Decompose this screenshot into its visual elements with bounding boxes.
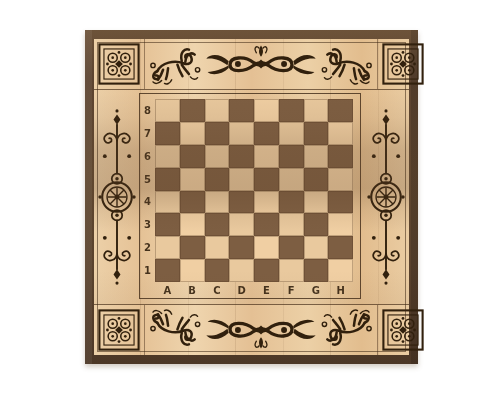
file-label-b: B [180, 282, 205, 298]
infinity-scroll-top-icon [205, 42, 317, 86]
square-g6 [304, 145, 329, 168]
square-d7 [229, 122, 254, 145]
square-h8 [328, 99, 353, 122]
square-h6 [328, 145, 353, 168]
file-label-h: H [328, 282, 353, 298]
square-a3 [155, 213, 180, 236]
square-c3 [205, 213, 230, 236]
square-a7 [155, 122, 180, 145]
corner-rosette-bottom-left-icon [94, 305, 144, 355]
square-c6 [205, 145, 230, 168]
square-b3 [180, 213, 205, 236]
file-label-f: F [279, 282, 304, 298]
top-ornament-band [94, 39, 409, 90]
square-d3 [229, 213, 254, 236]
rank-label-1: 1 [140, 259, 155, 282]
file-label-c: C [205, 282, 230, 298]
square-f5 [279, 168, 304, 191]
square-a4 [155, 191, 180, 214]
corner-rosette-top-left-icon [94, 39, 144, 89]
rank-label-5: 5 [140, 168, 155, 191]
product-photo-background: 87654321ABCDEFGH [0, 0, 500, 400]
file-label-e: E [254, 282, 279, 298]
square-b7 [180, 122, 205, 145]
square-e4 [254, 191, 279, 214]
square-g1 [304, 259, 329, 282]
board-middle: 87654321ABCDEFGH [94, 90, 409, 304]
square-d4 [229, 191, 254, 214]
square-f3 [279, 213, 304, 236]
square-e2 [254, 236, 279, 259]
square-b2 [180, 236, 205, 259]
dragon-top-right-icon [317, 41, 375, 87]
square-d1 [229, 259, 254, 282]
corner-rosette-bottom-right-icon [378, 305, 428, 355]
rank-label-8: 8 [140, 99, 155, 122]
square-h7 [328, 122, 353, 145]
square-a5 [155, 168, 180, 191]
square-c5 [205, 168, 230, 191]
square-h2 [328, 236, 353, 259]
wheel-pillar-left-icon [94, 90, 139, 304]
square-f4 [279, 191, 304, 214]
square-d8 [229, 99, 254, 122]
square-a2 [155, 236, 180, 259]
square-h3 [328, 213, 353, 236]
square-a1 [155, 259, 180, 282]
file-label-d: D [229, 282, 254, 298]
square-g7 [304, 122, 329, 145]
square-g4 [304, 191, 329, 214]
square-g2 [304, 236, 329, 259]
infinity-scroll-bottom-icon [205, 308, 317, 352]
dragon-top-left-icon [147, 41, 205, 87]
square-e7 [254, 122, 279, 145]
square-f8 [279, 99, 304, 122]
square-c1 [205, 259, 230, 282]
board-field: 87654321ABCDEFGH [94, 39, 409, 355]
square-c2 [205, 236, 230, 259]
bottom-band-center [144, 305, 378, 355]
square-d6 [229, 145, 254, 168]
square-e8 [254, 99, 279, 122]
square-b1 [180, 259, 205, 282]
square-h4 [328, 191, 353, 214]
square-b4 [180, 191, 205, 214]
square-d5 [229, 168, 254, 191]
dragon-bottom-right-icon [317, 307, 375, 353]
rank-label-6: 6 [140, 145, 155, 168]
file-label-g: G [304, 282, 329, 298]
square-c4 [205, 191, 230, 214]
square-f7 [279, 122, 304, 145]
square-c7 [205, 122, 230, 145]
square-e5 [254, 168, 279, 191]
square-b6 [180, 145, 205, 168]
square-b8 [180, 99, 205, 122]
rank-label-3: 3 [140, 213, 155, 236]
chess-board: 87654321ABCDEFGH [85, 30, 418, 364]
square-g3 [304, 213, 329, 236]
bottom-ornament-band [94, 304, 409, 355]
square-h1 [328, 259, 353, 282]
corner-rosette-top-right-icon [378, 39, 428, 89]
square-f2 [279, 236, 304, 259]
square-g5 [304, 168, 329, 191]
square-f6 [279, 145, 304, 168]
square-g8 [304, 99, 329, 122]
rank-label-4: 4 [140, 191, 155, 214]
rank-label-2: 2 [140, 236, 155, 259]
dragon-bottom-left-icon [147, 307, 205, 353]
file-label-a: A [155, 282, 180, 298]
square-e1 [254, 259, 279, 282]
square-b5 [180, 168, 205, 191]
square-c8 [205, 99, 230, 122]
play-area: 87654321ABCDEFGH [139, 93, 361, 299]
square-f1 [279, 259, 304, 282]
wheel-pillar-right-icon [364, 90, 409, 304]
square-e6 [254, 145, 279, 168]
square-a8 [155, 99, 180, 122]
rank-label-7: 7 [140, 122, 155, 145]
square-e3 [254, 213, 279, 236]
square-a6 [155, 145, 180, 168]
square-d2 [229, 236, 254, 259]
top-band-center [144, 39, 378, 89]
square-h5 [328, 168, 353, 191]
coordinate-corner-spacer [140, 282, 155, 298]
